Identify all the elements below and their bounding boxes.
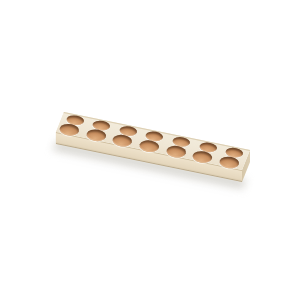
product-photo-canvas [0, 0, 300, 300]
